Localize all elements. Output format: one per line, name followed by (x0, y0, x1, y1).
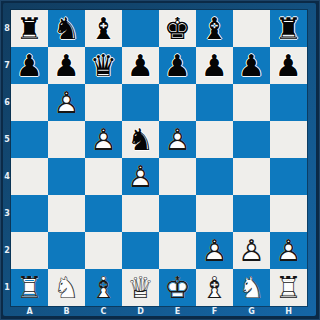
square-b5[interactable] (48, 121, 85, 158)
black-pawn-e7: ♟ (164, 47, 191, 84)
file-label-a: A (11, 306, 48, 316)
square-e1[interactable]: ♚♔ (159, 269, 196, 306)
square-c6[interactable] (85, 84, 122, 121)
square-e2[interactable] (159, 232, 196, 269)
square-c1[interactable]: ♝♗ (85, 269, 122, 306)
rank-label-7: 7 (3, 47, 11, 84)
rank-label-8: 8 (3, 10, 11, 47)
file-label-b: B (48, 306, 85, 316)
white-pawn-b6: ♟♙ (53, 84, 80, 121)
square-b4[interactable] (48, 158, 85, 195)
square-a6[interactable] (11, 84, 48, 121)
black-pawn-f7: ♟ (201, 47, 228, 84)
square-b7[interactable]: ♟ (48, 47, 85, 84)
square-f8[interactable]: ♝ (196, 10, 233, 47)
white-rook-a1: ♜♖ (16, 269, 43, 306)
black-rook-h8: ♜ (275, 10, 302, 47)
file-label-e: E (159, 306, 196, 316)
black-pawn-h7: ♟ (275, 47, 302, 84)
square-h4[interactable] (270, 158, 307, 195)
square-h1[interactable]: ♜♖ (270, 269, 307, 306)
file-label-f: F (196, 306, 233, 316)
rank-label-5: 5 (3, 121, 11, 158)
board-frame: 87654321 ♜♞♝♚♝♜♟♟♛♟♟♟♟♟♟♙♟♙♞♟♙♟♙♟♙♟♙♟♙♜♖… (3, 3, 316, 316)
rank-label-6: 6 (3, 84, 11, 121)
white-pawn-f2: ♟♙ (201, 232, 228, 269)
square-g2[interactable]: ♟♙ (233, 232, 270, 269)
rank-label-3: 3 (3, 195, 11, 232)
white-pawn-h2: ♟♙ (275, 232, 302, 269)
chess-diagram: 87654321 ♜♞♝♚♝♜♟♟♛♟♟♟♟♟♟♙♟♙♞♟♙♟♙♟♙♟♙♟♙♜♖… (0, 0, 320, 320)
white-knight-g1: ♞♘ (238, 269, 265, 306)
white-pawn-d4: ♟♙ (127, 158, 154, 195)
white-pawn-c5: ♟♙ (90, 121, 117, 158)
black-pawn-b7: ♟ (53, 47, 80, 84)
white-rook-h1: ♜♖ (275, 269, 302, 306)
file-label-d: D (122, 306, 159, 316)
square-f3[interactable] (196, 195, 233, 232)
square-g3[interactable] (233, 195, 270, 232)
square-c4[interactable] (85, 158, 122, 195)
square-e6[interactable] (159, 84, 196, 121)
rank-label-1: 1 (3, 269, 11, 306)
black-pawn-a7: ♟ (16, 47, 43, 84)
black-bishop-f8: ♝ (201, 10, 228, 47)
square-h8[interactable]: ♜ (270, 10, 307, 47)
square-b6[interactable]: ♟♙ (48, 84, 85, 121)
file-label-c: C (85, 306, 122, 316)
white-king-e1: ♚♔ (164, 269, 191, 306)
square-b8[interactable]: ♞ (48, 10, 85, 47)
square-h7[interactable]: ♟ (270, 47, 307, 84)
square-h2[interactable]: ♟♙ (270, 232, 307, 269)
rank-label-2: 2 (3, 232, 11, 269)
white-pawn-e5: ♟♙ (164, 121, 191, 158)
square-c7[interactable]: ♛ (85, 47, 122, 84)
square-a1[interactable]: ♜♖ (11, 269, 48, 306)
square-f5[interactable] (196, 121, 233, 158)
black-rook-a8: ♜ (16, 10, 43, 47)
square-g1[interactable]: ♞♘ (233, 269, 270, 306)
white-knight-b1: ♞♘ (53, 269, 80, 306)
square-c3[interactable] (85, 195, 122, 232)
square-f4[interactable] (196, 158, 233, 195)
square-a4[interactable] (11, 158, 48, 195)
file-label-g: G (233, 306, 270, 316)
white-bishop-c1: ♝♗ (90, 269, 117, 306)
rank-label-4: 4 (3, 158, 11, 195)
square-b2[interactable] (48, 232, 85, 269)
square-c5[interactable]: ♟♙ (85, 121, 122, 158)
square-g5[interactable] (233, 121, 270, 158)
square-c2[interactable] (85, 232, 122, 269)
square-a5[interactable] (11, 121, 48, 158)
square-b3[interactable] (48, 195, 85, 232)
square-h5[interactable] (270, 121, 307, 158)
square-a7[interactable]: ♟ (11, 47, 48, 84)
black-pawn-g7: ♟ (238, 47, 265, 84)
square-d4[interactable]: ♟♙ (122, 158, 159, 195)
square-h3[interactable] (270, 195, 307, 232)
square-f7[interactable]: ♟ (196, 47, 233, 84)
white-bishop-f1: ♝♗ (201, 269, 228, 306)
square-g6[interactable] (233, 84, 270, 121)
square-f6[interactable] (196, 84, 233, 121)
black-pawn-d7: ♟ (127, 47, 154, 84)
square-d6[interactable] (122, 84, 159, 121)
square-g7[interactable]: ♟ (233, 47, 270, 84)
file-labels: ABCDEFGH (11, 306, 307, 316)
square-a3[interactable] (11, 195, 48, 232)
square-e5[interactable]: ♟♙ (159, 121, 196, 158)
square-d8[interactable] (122, 10, 159, 47)
rank-labels: 87654321 (3, 10, 11, 306)
black-bishop-c8: ♝ (90, 10, 117, 47)
square-d5[interactable]: ♞ (122, 121, 159, 158)
white-queen-d1: ♛♕ (127, 269, 154, 306)
black-knight-d5: ♞ (127, 121, 154, 158)
black-knight-b8: ♞ (53, 10, 80, 47)
square-d7[interactable]: ♟ (122, 47, 159, 84)
square-f2[interactable]: ♟♙ (196, 232, 233, 269)
square-g8[interactable] (233, 10, 270, 47)
square-c8[interactable]: ♝ (85, 10, 122, 47)
square-g4[interactable] (233, 158, 270, 195)
square-e3[interactable] (159, 195, 196, 232)
square-a2[interactable] (11, 232, 48, 269)
square-e8[interactable]: ♚ (159, 10, 196, 47)
square-d3[interactable] (122, 195, 159, 232)
square-e7[interactable]: ♟ (159, 47, 196, 84)
black-queen-c7: ♛ (90, 47, 117, 84)
file-label-h: H (270, 306, 307, 316)
white-pawn-g2: ♟♙ (238, 232, 265, 269)
square-a8[interactable]: ♜ (11, 10, 48, 47)
square-f1[interactable]: ♝♗ (196, 269, 233, 306)
square-d1[interactable]: ♛♕ (122, 269, 159, 306)
square-h6[interactable] (270, 84, 307, 121)
chess-board: ♜♞♝♚♝♜♟♟♛♟♟♟♟♟♟♙♟♙♞♟♙♟♙♟♙♟♙♟♙♜♖♞♘♝♗♛♕♚♔♝… (11, 10, 307, 306)
square-b1[interactable]: ♞♘ (48, 269, 85, 306)
square-e4[interactable] (159, 158, 196, 195)
black-king-e8: ♚ (164, 10, 191, 47)
square-d2[interactable] (122, 232, 159, 269)
